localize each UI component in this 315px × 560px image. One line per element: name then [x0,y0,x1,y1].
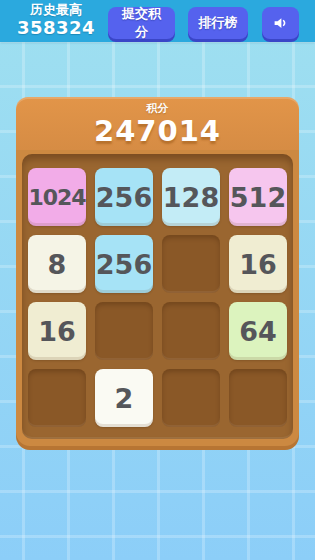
score-value: 247014 [16,116,299,146]
board[interactable]: 102425612851282561616642 [22,154,293,439]
score-panel: 积分 247014 [16,97,299,150]
tile-512: 512 [229,168,287,226]
tile-2: 2 [95,369,153,427]
best-score-value: 358324 [8,18,104,39]
tile-256: 256 [95,168,153,226]
board-cell-empty [162,235,220,293]
board-cell-empty [162,302,220,360]
tile-8: 8 [28,235,86,293]
board-cell-empty [28,369,86,427]
board-cell-empty [162,369,220,427]
best-score-block: 历史最高 358324 [8,3,104,39]
speaker-icon [272,14,290,32]
leaderboard-button[interactable]: 排行榜 [188,7,248,39]
board-frame: 102425612851282561616642 [16,150,299,450]
top-bar: 历史最高 358324 提交积分 排行榜 [0,0,315,42]
tile-1024: 1024 [28,168,86,226]
tile-16: 16 [229,235,287,293]
tile-256: 256 [95,235,153,293]
tile-128: 128 [162,168,220,226]
submit-score-button[interactable]: 提交积分 [108,7,175,39]
board-cell-empty [229,369,287,427]
tile-16: 16 [28,302,86,360]
sound-toggle-button[interactable] [262,7,299,39]
best-score-label: 历史最高 [8,3,104,18]
tile-64: 64 [229,302,287,360]
board-cell-empty [95,302,153,360]
game-screen: 历史最高 358324 提交积分 排行榜 积分 247014 102425612… [0,0,315,560]
